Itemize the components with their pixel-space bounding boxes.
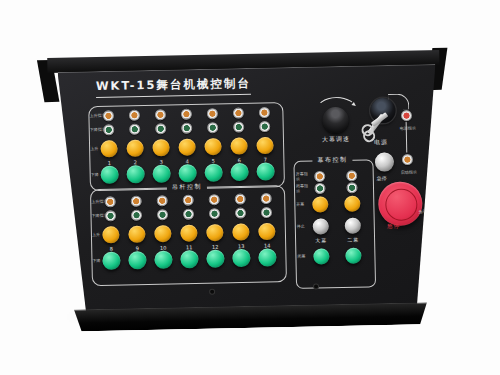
power-indicator-label: 电源指示 [400, 125, 416, 130]
estop-cap-ring [385, 188, 418, 221]
estop-red-caption: 急停 [387, 223, 400, 230]
curtain-section-label: 幕布控制 [312, 155, 352, 165]
estop-side-label: 急停指示 [418, 207, 435, 214]
curtain-speed-knob[interactable] [322, 107, 349, 134]
curtain-row-label: 停止 [297, 224, 312, 229]
panel-title: WKT-15舞台机械控制台 [96, 76, 251, 98]
emergency-stop-button[interactable] [378, 181, 423, 226]
photo-background: WKT-15舞台机械控制台 吊杆控制 上升指示下降指示上升下降1234567上升… [0, 0, 500, 375]
panel-screw [210, 290, 214, 294]
printed-connector-line [388, 94, 409, 110]
curtain-row-label: 闭幕 [297, 254, 312, 259]
power-indicator-lamp [401, 110, 412, 121]
curtain-row-label: 闭幕指示 [296, 184, 311, 193]
panel-screw [314, 284, 318, 288]
start-indicator-label: 启动指示 [401, 169, 417, 174]
printed-connector-line [429, 158, 431, 228]
curtain-row-label: 开幕指示 [296, 172, 311, 181]
panel-face: WKT-15舞台机械控制台 吊杆控制 上升指示下降指示上升下降1234567上升… [58, 64, 441, 312]
control-console: WKT-15舞台机械控制台 吊杆控制 上升指示下降指示上升下降1234567上升… [37, 40, 453, 339]
curtain-column-label: 大幕 [315, 237, 327, 243]
key-switch-label: 电源 [374, 138, 388, 147]
estop-label: 急停 [377, 175, 387, 181]
knob-label: 大幕调速 [322, 135, 350, 145]
curtain-row-label: 开幕 [296, 202, 311, 207]
hoist-section-label: 吊杆控制 [167, 182, 207, 192]
start-button[interactable] [375, 152, 394, 171]
curtain-column-label: 二幕 [347, 237, 359, 243]
start-indicator-lamp [402, 154, 413, 165]
